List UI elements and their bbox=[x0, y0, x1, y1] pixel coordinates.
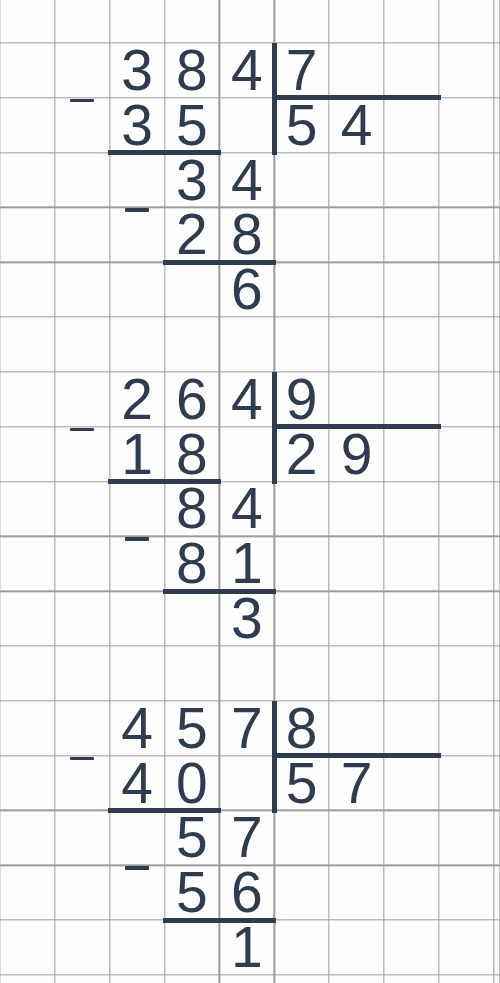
subtraction-underline-p1 bbox=[108, 150, 222, 155]
digit-cell-p2: 2 bbox=[274, 427, 329, 482]
minus-sign-p1 bbox=[125, 208, 149, 212]
minus-sign-p2 bbox=[125, 537, 149, 541]
squared-paper: 384735543428626491829848134578405757561 bbox=[0, 0, 500, 983]
digit-cell-p3: 7 bbox=[219, 701, 274, 756]
digit-cell-p3: 8 bbox=[274, 701, 329, 756]
digit-cell-p3: 7 bbox=[219, 810, 274, 865]
digit-cell-p3: 6 bbox=[219, 865, 274, 920]
digit-cell-p3: 5 bbox=[165, 865, 220, 920]
digit-cell-p1: 4 bbox=[329, 98, 384, 153]
digit-cell-p2: 6 bbox=[165, 372, 220, 427]
subtraction-underline-p3 bbox=[108, 808, 222, 813]
digit-cell-p1: 4 bbox=[219, 153, 274, 208]
digit-cell-p2: 4 bbox=[219, 372, 274, 427]
digit-cell-p1: 8 bbox=[165, 43, 220, 98]
minus-sign-p2 bbox=[70, 428, 94, 432]
digit-cell-p1: 3 bbox=[165, 153, 220, 208]
subtraction-underline-p1 bbox=[163, 260, 277, 265]
digit-cell-p2: 9 bbox=[329, 427, 384, 482]
digit-cell-p1: 5 bbox=[165, 98, 220, 153]
digit-cell-p2: 1 bbox=[219, 536, 274, 591]
digit-cell-p1: 4 bbox=[219, 43, 274, 98]
digit-cell-p2: 2 bbox=[110, 372, 165, 427]
digit-cell-p3: 4 bbox=[110, 701, 165, 756]
digit-cell-p3: 1 bbox=[219, 920, 274, 975]
digit-cell-p1: 3 bbox=[110, 98, 165, 153]
division-bracket-horizontal-p2 bbox=[274, 424, 441, 429]
digit-cell-p1: 8 bbox=[219, 207, 274, 262]
digit-cell-p3: 5 bbox=[165, 810, 220, 865]
digit-cell-p1: 2 bbox=[165, 207, 220, 262]
digit-cell-p1: 3 bbox=[110, 43, 165, 98]
minus-sign-p3 bbox=[125, 866, 149, 870]
digit-cell-p2: 8 bbox=[165, 427, 220, 482]
division-bracket-horizontal-p1 bbox=[274, 95, 441, 100]
digit-cell-p2: 9 bbox=[274, 372, 329, 427]
minus-sign-p1 bbox=[70, 99, 94, 103]
digit-cell-p2: 8 bbox=[165, 536, 220, 591]
digit-cell-p3: 4 bbox=[110, 756, 165, 811]
digit-cell-p3: 5 bbox=[165, 701, 220, 756]
digit-cell-p2: 8 bbox=[165, 482, 220, 537]
subtraction-underline-p3 bbox=[163, 918, 277, 923]
digit-cell-p3: 0 bbox=[165, 756, 220, 811]
digit-cell-p3: 5 bbox=[274, 756, 329, 811]
digit-cell-p2: 4 bbox=[219, 482, 274, 537]
digit-cell-p1: 7 bbox=[274, 43, 329, 98]
digit-cell-p3: 7 bbox=[329, 756, 384, 811]
digit-cell-p2: 3 bbox=[219, 591, 274, 646]
digit-cell-p1: 5 bbox=[274, 98, 329, 153]
subtraction-underline-p2 bbox=[163, 589, 277, 594]
digit-cell-p2: 1 bbox=[110, 427, 165, 482]
subtraction-underline-p2 bbox=[108, 479, 222, 484]
minus-sign-p3 bbox=[70, 757, 94, 761]
division-bracket-horizontal-p3 bbox=[274, 753, 441, 758]
digit-cell-p1: 6 bbox=[219, 262, 274, 317]
